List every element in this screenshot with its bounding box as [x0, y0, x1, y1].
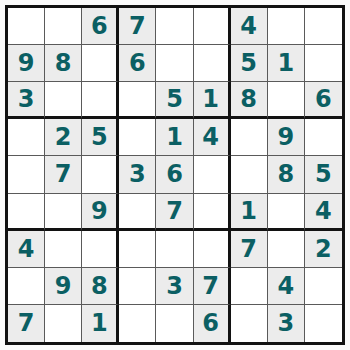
sudoku-cell-r3c1: 3	[8, 82, 45, 119]
sudoku-cell-r9c7[interactable]	[231, 305, 268, 342]
sudoku-cell-r3c8[interactable]	[268, 82, 305, 119]
sudoku-cell-r4c1[interactable]	[8, 119, 45, 156]
sudoku-cell-r9c8: 3	[268, 305, 305, 342]
sudoku-cell-r5c8: 8	[268, 156, 305, 193]
sudoku-cell-r6c3: 9	[82, 194, 119, 231]
sudoku-cell-r1c4: 7	[119, 8, 156, 45]
sudoku-cell-r9c2[interactable]	[45, 305, 82, 342]
sudoku-cell-r7c1: 4	[8, 231, 45, 268]
sudoku-cell-r2c8: 1	[268, 45, 305, 82]
sudoku-cell-r1c2[interactable]	[45, 8, 82, 45]
sudoku-cell-r7c8[interactable]	[268, 231, 305, 268]
sudoku-cell-r9c5[interactable]	[156, 305, 193, 342]
sudoku-cell-r8c8: 4	[268, 268, 305, 305]
sudoku-cell-r9c4[interactable]	[119, 305, 156, 342]
sudoku-cell-r4c3: 5	[82, 119, 119, 156]
sudoku-cell-r6c1[interactable]	[8, 194, 45, 231]
sudoku-cell-r8c4[interactable]	[119, 268, 156, 305]
sudoku-cell-r3c6: 1	[194, 82, 231, 119]
sudoku-cell-r3c7: 8	[231, 82, 268, 119]
sudoku-cell-r5c7[interactable]	[231, 156, 268, 193]
sudoku-cell-r4c9[interactable]	[305, 119, 342, 156]
sudoku-cell-r3c4[interactable]	[119, 82, 156, 119]
sudoku-cell-r1c6[interactable]	[194, 8, 231, 45]
sudoku-cell-r1c5[interactable]	[156, 8, 193, 45]
sudoku-cell-r3c5: 5	[156, 82, 193, 119]
sudoku-cell-r5c3[interactable]	[82, 156, 119, 193]
sudoku-cell-r8c3: 8	[82, 268, 119, 305]
sudoku-cell-r2c9[interactable]	[305, 45, 342, 82]
sudoku-cell-r4c2: 2	[45, 119, 82, 156]
sudoku-cell-r8c7[interactable]	[231, 268, 268, 305]
sudoku-cell-r6c8[interactable]	[268, 194, 305, 231]
sudoku-cell-r4c4[interactable]	[119, 119, 156, 156]
sudoku-cell-r7c7: 7	[231, 231, 268, 268]
sudoku-cell-r9c9[interactable]	[305, 305, 342, 342]
sudoku-cell-r1c9[interactable]	[305, 8, 342, 45]
sudoku-cell-r7c9: 2	[305, 231, 342, 268]
sudoku-cell-r6c6[interactable]	[194, 194, 231, 231]
sudoku-cell-r8c5: 3	[156, 268, 193, 305]
sudoku-cell-r4c8: 9	[268, 119, 305, 156]
sudoku-cell-r2c2: 8	[45, 45, 82, 82]
sudoku-cell-r2c5[interactable]	[156, 45, 193, 82]
sudoku-cell-r3c9: 6	[305, 82, 342, 119]
sudoku-cell-r1c8[interactable]	[268, 8, 305, 45]
sudoku-cell-r2c6[interactable]	[194, 45, 231, 82]
sudoku-cell-r4c6: 4	[194, 119, 231, 156]
sudoku-cell-r6c9: 4	[305, 194, 342, 231]
sudoku-cell-r6c7: 1	[231, 194, 268, 231]
sudoku-cell-r7c5[interactable]	[156, 231, 193, 268]
sudoku-cell-r5c6[interactable]	[194, 156, 231, 193]
sudoku-cell-r5c4: 3	[119, 156, 156, 193]
sudoku-cell-r5c9: 5	[305, 156, 342, 193]
sudoku-cell-r2c3[interactable]	[82, 45, 119, 82]
sudoku-cell-r8c9[interactable]	[305, 268, 342, 305]
sudoku-cell-r8c2: 9	[45, 268, 82, 305]
sudoku-cell-r7c2[interactable]	[45, 231, 82, 268]
sudoku-cell-r3c3[interactable]	[82, 82, 119, 119]
sudoku-cell-r6c2[interactable]	[45, 194, 82, 231]
sudoku-board: 674986513518625149736859714472983747163	[5, 5, 345, 345]
sudoku-cell-r7c4[interactable]	[119, 231, 156, 268]
sudoku-cell-r2c7: 5	[231, 45, 268, 82]
sudoku-cell-r1c1[interactable]	[8, 8, 45, 45]
sudoku-cell-r5c5: 6	[156, 156, 193, 193]
sudoku-cell-r2c1: 9	[8, 45, 45, 82]
sudoku-cell-r7c6[interactable]	[194, 231, 231, 268]
sudoku-cell-r8c1[interactable]	[8, 268, 45, 305]
sudoku-cell-r2c4: 6	[119, 45, 156, 82]
sudoku-cell-r5c1[interactable]	[8, 156, 45, 193]
sudoku-cell-r5c2: 7	[45, 156, 82, 193]
sudoku-cell-r4c7[interactable]	[231, 119, 268, 156]
sudoku-cell-r8c6: 7	[194, 268, 231, 305]
sudoku-cell-r9c1: 7	[8, 305, 45, 342]
sudoku-cell-r4c5: 1	[156, 119, 193, 156]
sudoku-cell-r6c5: 7	[156, 194, 193, 231]
sudoku-cell-r1c7: 4	[231, 8, 268, 45]
sudoku-cell-r9c6: 6	[194, 305, 231, 342]
sudoku-cell-r1c3: 6	[82, 8, 119, 45]
sudoku-cell-r9c3: 1	[82, 305, 119, 342]
sudoku-cell-r3c2[interactable]	[45, 82, 82, 119]
sudoku-cell-r6c4[interactable]	[119, 194, 156, 231]
sudoku-cell-r7c3[interactable]	[82, 231, 119, 268]
